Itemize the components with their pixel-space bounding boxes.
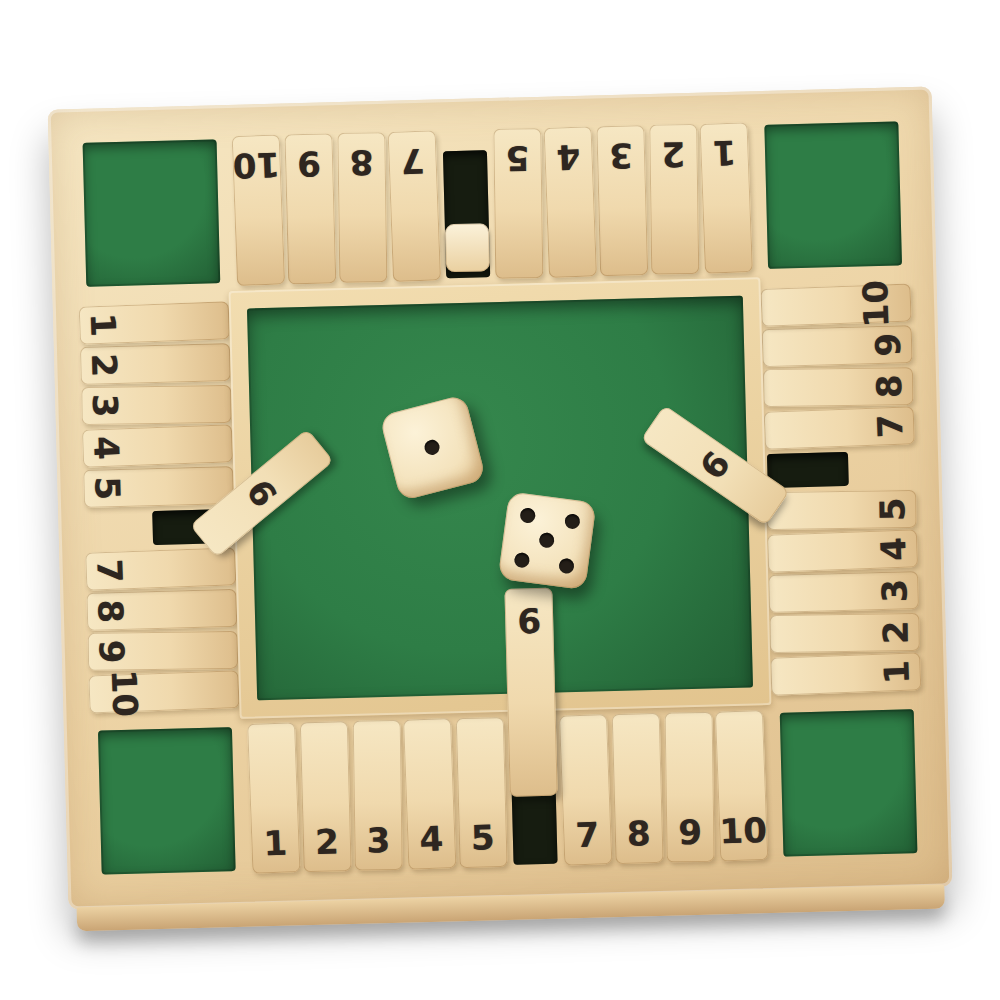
tile-east-7[interactable]: 7 (764, 406, 915, 449)
tile-north-3[interactable]: 3 (596, 125, 648, 276)
tile-number: 5 (90, 475, 125, 500)
die-pip (424, 439, 442, 457)
tile-number: 9 (95, 639, 129, 663)
north-player-edge: 1098754321 (224, 117, 760, 291)
die-pip (564, 513, 581, 530)
tile-row-north: 1098754321 (232, 122, 752, 285)
tile-number: 7 (575, 817, 600, 852)
tile-south-5[interactable]: 5 (456, 717, 508, 868)
tile-slot (767, 451, 848, 487)
tile-west-2[interactable]: 2 (80, 343, 231, 385)
tile-east-5[interactable]: 5 (766, 490, 917, 530)
tile-north-8[interactable]: 8 (337, 132, 387, 283)
tile-east-6[interactable] (765, 448, 916, 490)
tile-number: 9 (297, 147, 322, 182)
tile-number: 1 (712, 136, 737, 171)
tile-south-9[interactable]: 9 (665, 712, 715, 863)
tile-number: 6 (241, 474, 282, 513)
tile-south-7[interactable]: 7 (559, 714, 612, 866)
tile-number: 4 (876, 536, 911, 561)
shut-the-box-board: 1098754321 1234578910 1098754321 1234567… (48, 87, 953, 910)
raised-tile[interactable]: 6 (504, 588, 557, 797)
tile-number: 8 (627, 816, 652, 851)
tile-number: 1 (86, 312, 121, 337)
tile-number: 7 (92, 558, 127, 583)
die-1-showing-1[interactable] (379, 394, 486, 501)
die-pip (539, 532, 556, 549)
tile-number: 5 (506, 141, 530, 175)
tile-number: 1 (879, 659, 914, 684)
tile-north-4[interactable]: 4 (544, 126, 597, 278)
tile-west-8[interactable]: 8 (86, 588, 237, 630)
tile-north-9[interactable]: 9 (284, 133, 336, 284)
tile-number: 10 (107, 669, 143, 718)
tile-number: 4 (556, 140, 581, 175)
tile-south-1[interactable]: 1 (247, 722, 300, 874)
center-felt (247, 296, 753, 701)
tile-number: 2 (662, 137, 686, 171)
tile-north-7[interactable]: 7 (388, 130, 441, 282)
tile-number: 7 (400, 144, 425, 179)
tile-north-6[interactable] (440, 129, 492, 280)
tile-east-1[interactable]: 1 (770, 652, 921, 695)
product-photo-scene: 1098754321 1234578910 1098754321 1234567… (0, 0, 1000, 1000)
tile-number: 5 (875, 497, 909, 521)
tile-west-5[interactable]: 5 (83, 465, 234, 507)
tile-number: 10 (232, 147, 281, 183)
tile-row-south: 12345678910 (248, 710, 768, 873)
tile-number: 10 (858, 279, 894, 328)
tile-number: 3 (366, 823, 390, 857)
tile-number: 9 (871, 332, 906, 357)
felt-corner-bottom-left (98, 727, 236, 874)
tile-number: 3 (609, 138, 634, 173)
tile-number: 4 (89, 435, 124, 460)
tile-number: 10 (719, 813, 768, 849)
tile-west-9[interactable]: 9 (88, 630, 239, 670)
tile-number: 8 (872, 374, 906, 398)
tile-north-10[interactable]: 10 (232, 134, 285, 286)
tile-south-3[interactable]: 3 (353, 720, 403, 871)
felt-corner-top-left (83, 139, 221, 286)
tile-east-3[interactable]: 3 (768, 571, 919, 613)
tile-number: 6 (695, 446, 736, 486)
die-pip (558, 558, 575, 575)
tile-south-2[interactable]: 2 (300, 721, 352, 872)
tile-number: 2 (87, 353, 122, 378)
tile-south-10[interactable]: 10 (715, 710, 768, 862)
flipped-tile-edge[interactable] (445, 223, 490, 272)
tile-number: 5 (471, 820, 496, 855)
tile-east-2[interactable]: 2 (769, 612, 920, 652)
tile-north-5[interactable]: 5 (493, 128, 543, 279)
tile-east-4[interactable]: 4 (767, 529, 918, 572)
die-2-showing-5[interactable] (498, 491, 597, 590)
tile-east-8[interactable]: 8 (763, 367, 914, 407)
felt-corner-bottom-right (780, 709, 918, 856)
tile-west-10[interactable]: 10 (88, 670, 239, 713)
center-rim (228, 277, 771, 719)
tile-number: 8 (350, 145, 374, 179)
die-pip (519, 507, 536, 524)
tile-number: 4 (419, 821, 444, 856)
tile-north-2[interactable]: 2 (649, 124, 699, 275)
tile-east-9[interactable]: 9 (762, 325, 913, 367)
die-pip (513, 552, 530, 569)
tile-west-1[interactable]: 1 (79, 301, 230, 344)
tile-number: 3 (88, 393, 122, 417)
tile-number: 3 (877, 578, 912, 603)
tile-number: 2 (315, 824, 340, 859)
tile-number: 8 (93, 598, 128, 623)
tile-number: 1 (263, 826, 288, 861)
tile-south-4[interactable]: 4 (403, 718, 456, 870)
tile-north-1[interactable]: 1 (699, 122, 752, 274)
tile-number: 6 (517, 604, 542, 639)
south-player-edge: 12345678910 (240, 705, 776, 879)
tile-number: 7 (873, 413, 908, 438)
tile-west-4[interactable]: 4 (82, 424, 233, 467)
felt-corner-top-right (764, 121, 902, 268)
tile-number: 2 (879, 620, 913, 644)
tile-east-10[interactable]: 10 (760, 283, 911, 326)
tile-south-6[interactable]: 6 (508, 716, 560, 867)
tile-south-8[interactable]: 8 (612, 713, 664, 864)
tile-number: 9 (678, 815, 702, 849)
tile-west-3[interactable]: 3 (81, 384, 232, 424)
